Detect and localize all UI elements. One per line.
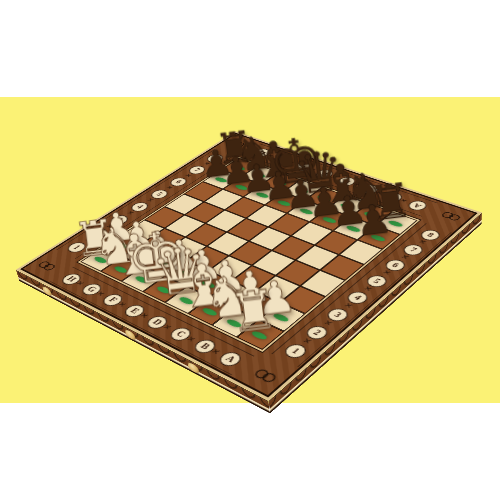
file-label-sw-c: C bbox=[167, 325, 195, 343]
square-a1: ♜ bbox=[237, 320, 285, 350]
file-label-sw-b: B bbox=[191, 337, 220, 356]
black-pawn: ♟ bbox=[353, 197, 394, 242]
rank-label-se-3: 3 bbox=[324, 306, 352, 323]
white-rook: ♜ bbox=[226, 282, 280, 341]
brass-hinge bbox=[125, 329, 136, 342]
border-cell: C bbox=[158, 320, 204, 349]
brass-latch bbox=[187, 361, 199, 374]
rank-label-se-1: 1 bbox=[281, 342, 310, 361]
rank-label-se-6: 6 bbox=[382, 258, 409, 273]
file-label-sw-e: E bbox=[121, 303, 148, 320]
border-cell: A bbox=[207, 344, 254, 375]
photo-canvas: ♜♞♝♚♛♝♞♜♟♟♟♟♟♟♟♟♟♟♟♟♟♟♟♟♜♞♝♚♛♝♞♜ HGFEDCB… bbox=[0, 0, 500, 500]
corner-scroll-motif bbox=[247, 364, 284, 389]
border-cell: E bbox=[113, 298, 157, 325]
border-cell: B bbox=[182, 332, 228, 362]
brass-hinge bbox=[42, 285, 52, 297]
rank-label-se-2: 2 bbox=[303, 324, 332, 342]
chess-board: ♜♞♝♚♛♝♞♜♟♟♟♟♟♟♟♟♟♟♟♟♟♟♟♟♜♞♝♚♛♝♞♜ HGFEDCB… bbox=[16, 131, 482, 401]
file-label-sw-g: G bbox=[79, 282, 105, 298]
border-cell: D bbox=[135, 309, 180, 337]
file-label-sw-h: H bbox=[58, 272, 84, 287]
border-cell: F bbox=[91, 287, 134, 313]
rank-label-se-4: 4 bbox=[344, 289, 372, 306]
board-tilt-wrapper: ♜♞♝♚♛♝♞♜♟♟♟♟♟♟♟♟♟♟♟♟♟♟♟♟♜♞♝♚♛♝♞♜ HGFEDCB… bbox=[0, 0, 500, 500]
corner-scroll-motif bbox=[436, 208, 467, 225]
rank-label-se-8: 8 bbox=[417, 228, 443, 242]
file-label-sw-f: F bbox=[99, 292, 126, 308]
corner-scroll-motif bbox=[31, 257, 62, 275]
border-cell: G bbox=[71, 277, 113, 302]
file-label-sw-d: D bbox=[143, 314, 171, 331]
file-label-sw-a: A bbox=[216, 350, 245, 369]
rank-label-se-5: 5 bbox=[363, 273, 390, 289]
border-cell: H bbox=[51, 267, 93, 291]
rank-label-se-7: 7 bbox=[400, 243, 426, 258]
